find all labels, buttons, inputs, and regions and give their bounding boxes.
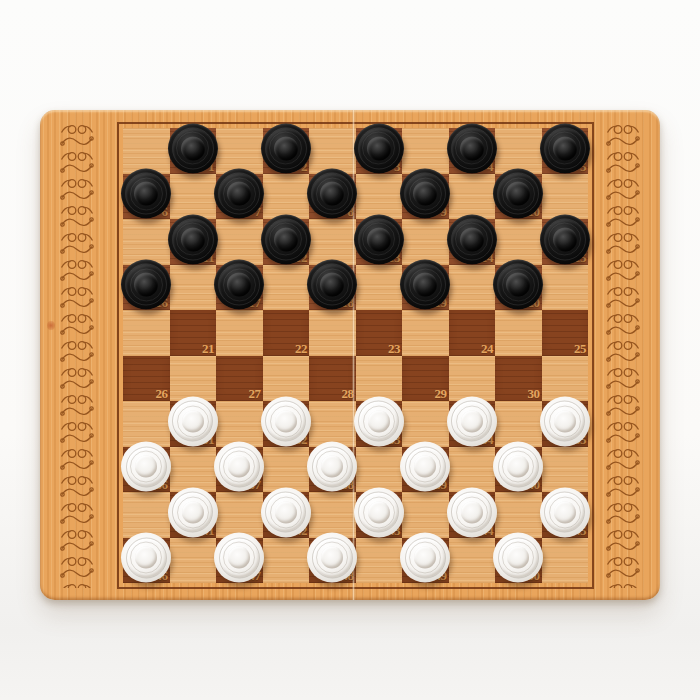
square-number: 23 bbox=[388, 342, 400, 356]
square-14[interactable]: 14 bbox=[449, 219, 496, 265]
square-8[interactable]: 8 bbox=[309, 174, 356, 220]
white-piece[interactable] bbox=[261, 487, 311, 537]
light-square bbox=[495, 310, 542, 356]
light-square bbox=[542, 447, 589, 493]
light-square bbox=[495, 219, 542, 265]
square-number: 25 bbox=[574, 342, 586, 356]
piece-core bbox=[507, 456, 529, 478]
light-square bbox=[495, 492, 542, 538]
piece-core bbox=[368, 501, 390, 523]
white-piece[interactable] bbox=[121, 533, 171, 583]
piece-core bbox=[227, 273, 251, 297]
square-number: 22 bbox=[295, 342, 307, 356]
white-piece[interactable] bbox=[168, 396, 218, 446]
light-square bbox=[402, 401, 449, 447]
white-piece[interactable] bbox=[540, 396, 590, 446]
square-25[interactable]: 25 bbox=[542, 310, 589, 356]
light-square bbox=[542, 174, 589, 220]
piece-core bbox=[554, 410, 576, 432]
square-33[interactable]: 33 bbox=[356, 401, 403, 447]
light-square bbox=[309, 128, 356, 174]
square-13[interactable]: 13 bbox=[356, 219, 403, 265]
piece-core bbox=[274, 136, 298, 160]
piece-core bbox=[460, 136, 484, 160]
piece-core bbox=[413, 182, 437, 206]
square-5[interactable]: 5 bbox=[542, 128, 589, 174]
light-square bbox=[263, 447, 310, 493]
square-42[interactable]: 42 bbox=[263, 492, 310, 538]
light-square bbox=[356, 265, 403, 311]
piece-core bbox=[461, 410, 483, 432]
square-4[interactable]: 4 bbox=[449, 128, 496, 174]
square-23[interactable]: 23 bbox=[356, 310, 403, 356]
piece-core bbox=[367, 227, 391, 251]
white-piece[interactable] bbox=[493, 442, 543, 492]
piece-core bbox=[461, 501, 483, 523]
black-piece[interactable] bbox=[261, 123, 311, 173]
square-35[interactable]: 35 bbox=[542, 401, 589, 447]
white-piece[interactable] bbox=[168, 487, 218, 537]
light-square bbox=[449, 265, 496, 311]
square-21[interactable]: 21 bbox=[170, 310, 217, 356]
light-square bbox=[170, 356, 217, 402]
light-square bbox=[542, 265, 589, 311]
piece-core bbox=[320, 273, 344, 297]
light-square bbox=[542, 356, 589, 402]
piece-core bbox=[275, 501, 297, 523]
piece-core bbox=[554, 501, 576, 523]
white-piece[interactable] bbox=[307, 442, 357, 492]
light-square bbox=[123, 219, 170, 265]
square-43[interactable]: 43 bbox=[356, 492, 403, 538]
square-48[interactable]: 48 bbox=[309, 538, 356, 584]
black-piece[interactable] bbox=[447, 214, 497, 264]
white-piece[interactable] bbox=[400, 533, 450, 583]
light-square bbox=[449, 356, 496, 402]
piece-core bbox=[135, 547, 157, 569]
light-square bbox=[216, 492, 263, 538]
piece-core bbox=[553, 136, 577, 160]
square-number: 29 bbox=[435, 387, 447, 401]
light-square bbox=[216, 128, 263, 174]
light-square bbox=[263, 265, 310, 311]
square-19[interactable]: 19 bbox=[402, 265, 449, 311]
square-24[interactable]: 24 bbox=[449, 310, 496, 356]
black-piece[interactable] bbox=[121, 169, 171, 219]
black-piece[interactable] bbox=[540, 214, 590, 264]
square-number: 27 bbox=[249, 387, 261, 401]
light-square bbox=[495, 401, 542, 447]
board-grid: 1234567891011121314151617181920212223242… bbox=[123, 128, 588, 583]
black-piece[interactable] bbox=[400, 169, 450, 219]
square-41[interactable]: 41 bbox=[170, 492, 217, 538]
light-square bbox=[309, 219, 356, 265]
light-square bbox=[263, 538, 310, 584]
black-piece[interactable] bbox=[214, 169, 264, 219]
square-3[interactable]: 3 bbox=[356, 128, 403, 174]
square-11[interactable]: 11 bbox=[170, 219, 217, 265]
ornament-strip-right bbox=[604, 122, 642, 588]
piece-core bbox=[414, 456, 436, 478]
square-26[interactable]: 26 bbox=[123, 356, 170, 402]
piece-core bbox=[367, 136, 391, 160]
light-square bbox=[356, 174, 403, 220]
light-square bbox=[216, 310, 263, 356]
square-number: 21 bbox=[202, 342, 214, 356]
square-9[interactable]: 9 bbox=[402, 174, 449, 220]
black-piece[interactable] bbox=[493, 260, 543, 310]
light-square bbox=[170, 447, 217, 493]
square-37[interactable]: 37 bbox=[216, 447, 263, 493]
square-number: 30 bbox=[528, 387, 540, 401]
white-piece[interactable] bbox=[354, 396, 404, 446]
piece-core bbox=[506, 182, 530, 206]
square-27[interactable]: 27 bbox=[216, 356, 263, 402]
black-piece[interactable] bbox=[168, 214, 218, 264]
square-2[interactable]: 2 bbox=[263, 128, 310, 174]
light-square bbox=[216, 219, 263, 265]
white-piece[interactable] bbox=[261, 396, 311, 446]
square-1[interactable]: 1 bbox=[170, 128, 217, 174]
white-piece[interactable] bbox=[540, 487, 590, 537]
piece-core bbox=[321, 456, 343, 478]
light-square bbox=[402, 219, 449, 265]
photo-background: 1234567891011121314151617181920212223242… bbox=[0, 0, 700, 700]
light-square bbox=[170, 538, 217, 584]
square-17[interactable]: 17 bbox=[216, 265, 263, 311]
piece-core bbox=[507, 547, 529, 569]
piece-core bbox=[181, 227, 205, 251]
piece-core bbox=[368, 410, 390, 432]
light-square bbox=[123, 401, 170, 447]
light-square bbox=[216, 401, 263, 447]
light-square bbox=[542, 538, 589, 584]
light-square bbox=[402, 310, 449, 356]
white-piece[interactable] bbox=[447, 487, 497, 537]
white-piece[interactable] bbox=[214, 442, 264, 492]
white-piece[interactable] bbox=[121, 442, 171, 492]
light-square bbox=[495, 128, 542, 174]
square-12[interactable]: 12 bbox=[263, 219, 310, 265]
square-18[interactable]: 18 bbox=[309, 265, 356, 311]
light-square bbox=[263, 356, 310, 402]
piece-core bbox=[181, 136, 205, 160]
wood-knot bbox=[47, 320, 55, 331]
light-square bbox=[449, 538, 496, 584]
piece-core bbox=[228, 456, 250, 478]
square-22[interactable]: 22 bbox=[263, 310, 310, 356]
square-39[interactable]: 39 bbox=[402, 447, 449, 493]
square-31[interactable]: 31 bbox=[170, 401, 217, 447]
light-square bbox=[402, 128, 449, 174]
light-square bbox=[402, 492, 449, 538]
piece-core bbox=[320, 182, 344, 206]
black-piece[interactable] bbox=[354, 214, 404, 264]
square-7[interactable]: 7 bbox=[216, 174, 263, 220]
piece-core bbox=[134, 273, 158, 297]
light-square bbox=[263, 174, 310, 220]
light-square bbox=[356, 447, 403, 493]
piece-core bbox=[228, 547, 250, 569]
square-30[interactable]: 30 bbox=[495, 356, 542, 402]
square-46[interactable]: 46 bbox=[123, 538, 170, 584]
black-piece[interactable] bbox=[493, 169, 543, 219]
square-28[interactable]: 28 bbox=[309, 356, 356, 402]
piece-core bbox=[134, 182, 158, 206]
square-44[interactable]: 44 bbox=[449, 492, 496, 538]
light-square bbox=[123, 128, 170, 174]
black-piece[interactable] bbox=[307, 169, 357, 219]
light-square bbox=[449, 447, 496, 493]
piece-core bbox=[274, 227, 298, 251]
white-piece[interactable] bbox=[214, 533, 264, 583]
light-square bbox=[309, 310, 356, 356]
square-number: 24 bbox=[481, 342, 493, 356]
piece-core bbox=[553, 227, 577, 251]
square-10[interactable]: 10 bbox=[495, 174, 542, 220]
square-49[interactable]: 49 bbox=[402, 538, 449, 584]
light-square bbox=[170, 174, 217, 220]
square-50[interactable]: 50 bbox=[495, 538, 542, 584]
square-45[interactable]: 45 bbox=[542, 492, 589, 538]
light-square bbox=[123, 310, 170, 356]
black-piece[interactable] bbox=[400, 260, 450, 310]
piece-core bbox=[413, 273, 437, 297]
piece-core bbox=[275, 410, 297, 432]
piece-core bbox=[135, 456, 157, 478]
square-36[interactable]: 36 bbox=[123, 447, 170, 493]
white-piece[interactable] bbox=[493, 533, 543, 583]
piece-core bbox=[460, 227, 484, 251]
square-38[interactable]: 38 bbox=[309, 447, 356, 493]
piece-core bbox=[414, 547, 436, 569]
ornament-strip-left bbox=[58, 122, 96, 588]
square-number: 28 bbox=[342, 387, 354, 401]
draughts-board: 1234567891011121314151617181920212223242… bbox=[40, 110, 660, 600]
light-square bbox=[123, 492, 170, 538]
square-40[interactable]: 40 bbox=[495, 447, 542, 493]
square-47[interactable]: 47 bbox=[216, 538, 263, 584]
piece-core bbox=[182, 410, 204, 432]
square-15[interactable]: 15 bbox=[542, 219, 589, 265]
light-square bbox=[170, 265, 217, 311]
square-number: 26 bbox=[156, 387, 168, 401]
black-piece[interactable] bbox=[540, 123, 590, 173]
piece-core bbox=[182, 501, 204, 523]
black-piece[interactable] bbox=[121, 260, 171, 310]
black-piece[interactable] bbox=[261, 214, 311, 264]
black-piece[interactable] bbox=[168, 123, 218, 173]
light-square bbox=[309, 401, 356, 447]
light-square bbox=[449, 174, 496, 220]
square-29[interactable]: 29 bbox=[402, 356, 449, 402]
light-square bbox=[356, 356, 403, 402]
piece-core bbox=[506, 273, 530, 297]
black-piece[interactable] bbox=[354, 123, 404, 173]
black-piece[interactable] bbox=[214, 260, 264, 310]
square-20[interactable]: 20 bbox=[495, 265, 542, 311]
white-piece[interactable] bbox=[307, 533, 357, 583]
white-piece[interactable] bbox=[354, 487, 404, 537]
square-34[interactable]: 34 bbox=[449, 401, 496, 447]
black-piece[interactable] bbox=[307, 260, 357, 310]
square-32[interactable]: 32 bbox=[263, 401, 310, 447]
light-square bbox=[309, 492, 356, 538]
square-16[interactable]: 16 bbox=[123, 265, 170, 311]
white-piece[interactable] bbox=[400, 442, 450, 492]
light-square bbox=[356, 538, 403, 584]
black-piece[interactable] bbox=[447, 123, 497, 173]
square-6[interactable]: 6 bbox=[123, 174, 170, 220]
piece-core bbox=[227, 182, 251, 206]
piece-core bbox=[321, 547, 343, 569]
white-piece[interactable] bbox=[447, 396, 497, 446]
